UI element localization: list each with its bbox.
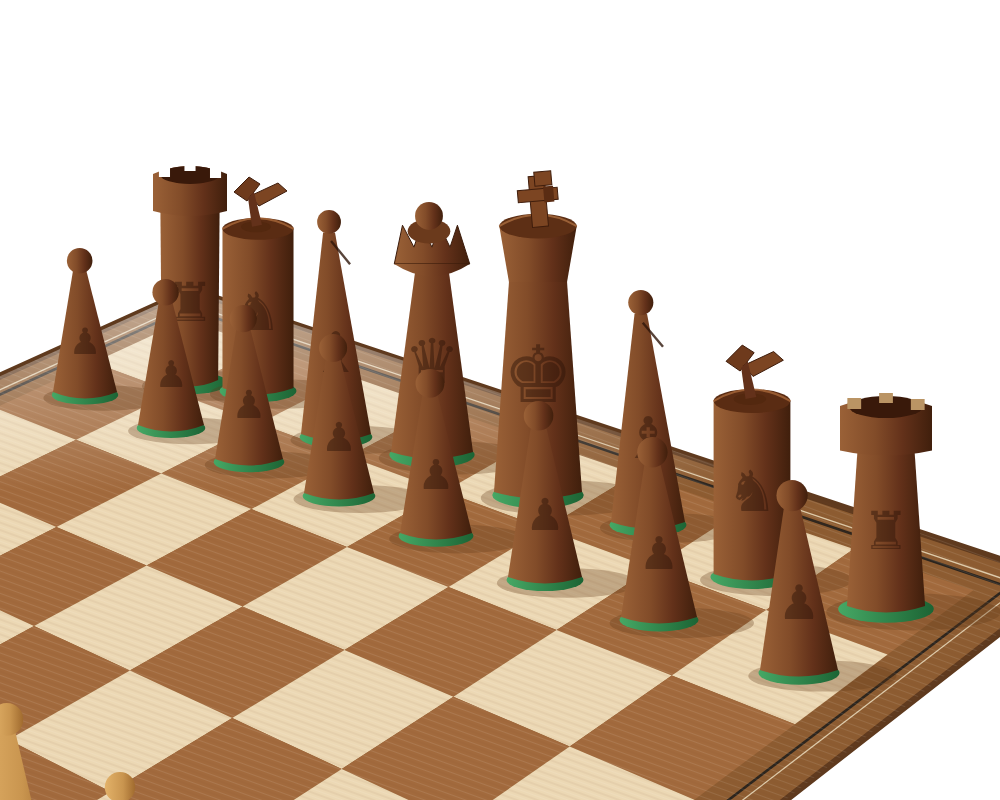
svg-text:♟: ♟ — [321, 414, 357, 460]
svg-text:♟: ♟ — [525, 489, 565, 540]
chess-set-photo: ♜♞♟♟♝♛♟♚♟♝♟♞♟♜♟♟♙♙ — [0, 0, 1000, 800]
svg-text:♟: ♟ — [154, 353, 187, 396]
svg-text:♟: ♟ — [232, 382, 267, 427]
chess-board: ♜♞♟♟♝♛♟♚♟♝♟♞♟♜♟♟♙♙ — [0, 0, 1000, 800]
svg-text:♜: ♜ — [863, 500, 910, 561]
svg-text:♞: ♞ — [726, 458, 777, 524]
svg-text:♟: ♟ — [639, 527, 679, 580]
svg-text:♟: ♟ — [418, 451, 455, 499]
svg-text:♟: ♟ — [778, 575, 821, 630]
svg-text:♟: ♟ — [69, 320, 102, 363]
